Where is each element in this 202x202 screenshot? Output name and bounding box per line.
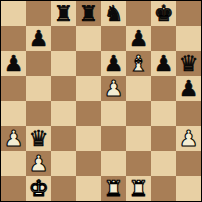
square-h5[interactable]: ♟ xyxy=(176,76,201,101)
piece-white-bishop[interactable]: ♝ xyxy=(129,51,149,76)
square-a1[interactable] xyxy=(1,176,26,201)
square-d1[interactable] xyxy=(76,176,101,201)
square-c2[interactable] xyxy=(51,151,76,176)
square-c1[interactable] xyxy=(51,176,76,201)
square-c5[interactable] xyxy=(51,76,76,101)
square-g7[interactable] xyxy=(151,26,176,51)
square-d4[interactable] xyxy=(76,101,101,126)
square-f7[interactable]: ♟ xyxy=(126,26,151,51)
square-e8[interactable]: ♞ xyxy=(101,1,126,26)
piece-black-king[interactable]: ♚ xyxy=(154,1,174,26)
piece-black-pawn[interactable]: ♟ xyxy=(29,26,49,51)
square-d8[interactable]: ♜ xyxy=(76,1,101,26)
square-g6[interactable]: ♟ xyxy=(151,51,176,76)
square-f3[interactable] xyxy=(126,126,151,151)
square-h6[interactable]: ♛ xyxy=(176,51,201,76)
square-h3[interactable]: ♟ xyxy=(176,126,201,151)
square-e2[interactable] xyxy=(101,151,126,176)
piece-black-pawn[interactable]: ♟ xyxy=(4,51,24,76)
square-f8[interactable] xyxy=(126,1,151,26)
square-a7[interactable] xyxy=(1,26,26,51)
square-a3[interactable]: ♟ xyxy=(1,126,26,151)
piece-white-king[interactable]: ♚ xyxy=(29,176,49,201)
square-b7[interactable]: ♟ xyxy=(26,26,51,51)
square-h7[interactable] xyxy=(176,26,201,51)
piece-black-rook[interactable]: ♜ xyxy=(79,1,99,26)
square-e7[interactable] xyxy=(101,26,126,51)
piece-black-pawn[interactable]: ♟ xyxy=(129,26,149,51)
square-f1[interactable]: ♜ xyxy=(126,176,151,201)
square-c3[interactable] xyxy=(51,126,76,151)
square-c4[interactable] xyxy=(51,101,76,126)
square-g8[interactable]: ♚ xyxy=(151,1,176,26)
square-b8[interactable] xyxy=(26,1,51,26)
piece-white-rook[interactable]: ♜ xyxy=(104,176,124,201)
piece-white-pawn[interactable]: ♟ xyxy=(29,151,49,176)
square-b4[interactable] xyxy=(26,101,51,126)
square-g3[interactable] xyxy=(151,126,176,151)
piece-white-rook[interactable]: ♜ xyxy=(129,176,149,201)
square-e6[interactable]: ♟ xyxy=(101,51,126,76)
square-a5[interactable] xyxy=(1,76,26,101)
square-c6[interactable] xyxy=(51,51,76,76)
square-g5[interactable] xyxy=(151,76,176,101)
square-h8[interactable] xyxy=(176,1,201,26)
square-e4[interactable] xyxy=(101,101,126,126)
square-d7[interactable] xyxy=(76,26,101,51)
square-d2[interactable] xyxy=(76,151,101,176)
square-b1[interactable]: ♚ xyxy=(26,176,51,201)
square-d5[interactable] xyxy=(76,76,101,101)
square-d3[interactable] xyxy=(76,126,101,151)
piece-black-queen[interactable]: ♛ xyxy=(29,126,49,151)
square-g4[interactable] xyxy=(151,101,176,126)
square-f5[interactable] xyxy=(126,76,151,101)
square-e5[interactable]: ♟ xyxy=(101,76,126,101)
square-g2[interactable] xyxy=(151,151,176,176)
square-h4[interactable] xyxy=(176,101,201,126)
square-h2[interactable] xyxy=(176,151,201,176)
square-b5[interactable] xyxy=(26,76,51,101)
piece-black-pawn[interactable]: ♟ xyxy=(154,51,174,76)
square-b2[interactable]: ♟ xyxy=(26,151,51,176)
piece-black-rook[interactable]: ♜ xyxy=(54,1,74,26)
piece-white-pawn[interactable]: ♟ xyxy=(179,126,199,151)
square-b6[interactable] xyxy=(26,51,51,76)
piece-white-pawn[interactable]: ♟ xyxy=(4,126,24,151)
piece-black-queen[interactable]: ♛ xyxy=(179,51,199,76)
square-a2[interactable] xyxy=(1,151,26,176)
square-g1[interactable] xyxy=(151,176,176,201)
piece-black-knight[interactable]: ♞ xyxy=(104,1,124,26)
square-c8[interactable]: ♜ xyxy=(51,1,76,26)
square-f4[interactable] xyxy=(126,101,151,126)
piece-white-pawn[interactable]: ♟ xyxy=(104,76,124,101)
square-a6[interactable]: ♟ xyxy=(1,51,26,76)
square-f2[interactable] xyxy=(126,151,151,176)
square-h1[interactable] xyxy=(176,176,201,201)
square-e1[interactable]: ♜ xyxy=(101,176,126,201)
piece-black-pawn[interactable]: ♟ xyxy=(104,51,124,76)
square-e3[interactable] xyxy=(101,126,126,151)
square-a8[interactable] xyxy=(1,1,26,26)
square-f6[interactable]: ♝ xyxy=(126,51,151,76)
square-d6[interactable] xyxy=(76,51,101,76)
square-a4[interactable] xyxy=(1,101,26,126)
square-b3[interactable]: ♛ xyxy=(26,126,51,151)
piece-black-pawn[interactable]: ♟ xyxy=(179,76,199,101)
chess-board: ♜♜♞♚♟♟♟♟♝♟♛♟♟♟♛♟♟♚♜♜ xyxy=(0,0,202,202)
square-c7[interactable] xyxy=(51,26,76,51)
